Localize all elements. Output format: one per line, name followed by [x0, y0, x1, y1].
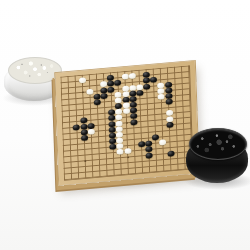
go-set-photo	[0, 0, 250, 250]
hoshi-point	[125, 122, 127, 124]
black-stone	[152, 134, 159, 140]
black-stone	[165, 99, 172, 105]
white-stone	[158, 93, 165, 99]
white-stone	[87, 128, 94, 134]
black-bowl-stones	[189, 128, 247, 160]
black-stone	[94, 99, 101, 105]
hoshi-point	[127, 156, 129, 158]
white-stone	[121, 74, 128, 80]
black-stone	[136, 90, 143, 96]
hoshi-point	[84, 160, 86, 162]
black-stone	[167, 150, 174, 156]
black-stone	[109, 144, 116, 150]
black-stone	[166, 122, 173, 128]
white-stone	[159, 139, 166, 145]
black-stone	[100, 93, 107, 99]
black-stone-bowl	[186, 128, 248, 184]
white-stone	[123, 108, 130, 114]
black-stone	[138, 141, 145, 147]
white-stone	[128, 73, 135, 79]
black-stone	[114, 80, 121, 86]
white-stone	[124, 148, 131, 154]
board-grid	[60, 65, 193, 180]
white-stone	[117, 149, 124, 155]
black-stone	[143, 83, 150, 89]
black-stone	[80, 135, 87, 141]
black-stone	[73, 124, 80, 130]
black-stone	[130, 119, 137, 125]
white-stone	[86, 88, 93, 94]
hoshi-point	[81, 91, 83, 93]
black-stone	[150, 77, 157, 83]
black-stone	[107, 86, 114, 92]
black-stone	[146, 152, 153, 158]
white-stone	[78, 77, 85, 83]
go-board	[54, 60, 199, 186]
